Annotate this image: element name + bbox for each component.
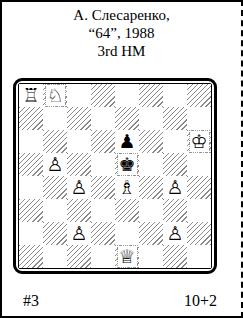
white-queen: ♕ [118, 246, 137, 267]
white-knight: ♘ [46, 85, 65, 106]
square-h8 [187, 84, 211, 107]
chessboard-frame: ♖♘♟♔♙♚♙♗♙♙♙♕ [13, 78, 217, 274]
black-pawn: ♟ [118, 131, 137, 152]
award: 3rd HM [2, 42, 241, 60]
square-g1 [163, 245, 187, 268]
square-h2 [187, 222, 211, 245]
square-c2: ♙ [67, 222, 91, 245]
square-g8 [163, 84, 187, 107]
square-e7 [115, 107, 139, 130]
stipulation: #3 [23, 292, 39, 310]
problem-card: А. Слесаренко, “64”, 1988 3rd HM ♖♘♟♔♙♚♙… [0, 0, 243, 318]
white-pawn: ♙ [70, 223, 89, 244]
square-h6: ♔ [187, 130, 211, 153]
square-e4: ♗ [115, 176, 139, 199]
square-c6 [67, 130, 91, 153]
white-king: ♔ [190, 131, 209, 152]
square-e5: ♚ [115, 153, 139, 176]
square-c5 [67, 153, 91, 176]
square-a7 [19, 107, 43, 130]
chessboard: ♖♘♟♔♙♚♙♗♙♙♙♕ [19, 84, 211, 268]
square-a3 [19, 199, 43, 222]
square-b3 [43, 199, 67, 222]
square-a4 [19, 176, 43, 199]
chessboard-inner-frame: ♖♘♟♔♙♚♙♗♙♙♙♕ [18, 83, 212, 269]
square-f2 [139, 222, 163, 245]
square-b6 [43, 130, 67, 153]
diagram-caption: А. Слесаренко, “64”, 1988 3rd HM [2, 2, 241, 60]
square-f1 [139, 245, 163, 268]
square-f6 [139, 130, 163, 153]
white-pawn: ♙ [166, 223, 185, 244]
white-bishop: ♗ [118, 177, 137, 198]
square-e6: ♟ [115, 130, 139, 153]
square-f4 [139, 176, 163, 199]
square-f7 [139, 107, 163, 130]
square-c1 [67, 245, 91, 268]
square-a2 [19, 222, 43, 245]
square-g6 [163, 130, 187, 153]
square-f3 [139, 199, 163, 222]
square-e2 [115, 222, 139, 245]
square-g4: ♙ [163, 176, 187, 199]
square-d1 [91, 245, 115, 268]
material-count: 10+2 [184, 292, 217, 310]
composer-name: А. Слесаренко, [2, 6, 241, 24]
square-h7 [187, 107, 211, 130]
square-g5 [163, 153, 187, 176]
square-a1 [19, 245, 43, 268]
square-g2: ♙ [163, 222, 187, 245]
square-e8 [115, 84, 139, 107]
white-pawn: ♙ [166, 177, 185, 198]
white-pawn: ♙ [70, 177, 89, 198]
square-d2 [91, 222, 115, 245]
square-e3 [115, 199, 139, 222]
square-g7 [163, 107, 187, 130]
square-a6 [19, 130, 43, 153]
black-king: ♚ [118, 154, 137, 175]
square-a5 [19, 153, 43, 176]
square-f8 [139, 84, 163, 107]
square-d8 [91, 84, 115, 107]
square-f5 [139, 153, 163, 176]
square-c8 [67, 84, 91, 107]
square-g3 [163, 199, 187, 222]
square-d6 [91, 130, 115, 153]
square-d5 [91, 153, 115, 176]
square-h5 [187, 153, 211, 176]
square-c7 [67, 107, 91, 130]
square-b1 [43, 245, 67, 268]
square-b4 [43, 176, 67, 199]
square-d3 [91, 199, 115, 222]
square-h3 [187, 199, 211, 222]
square-h4 [187, 176, 211, 199]
source-year: “64”, 1988 [2, 24, 241, 42]
square-a8: ♖ [19, 84, 43, 107]
diagram-footer: #3 10+2 [2, 292, 241, 310]
square-c4: ♙ [67, 176, 91, 199]
white-pawn: ♙ [46, 154, 65, 175]
white-rook: ♖ [22, 85, 41, 106]
square-c3 [67, 199, 91, 222]
square-b2 [43, 222, 67, 245]
square-b7 [43, 107, 67, 130]
square-b8: ♘ [43, 84, 67, 107]
square-e1: ♕ [115, 245, 139, 268]
square-d7 [91, 107, 115, 130]
square-h1 [187, 245, 211, 268]
square-d4 [91, 176, 115, 199]
square-b5: ♙ [43, 153, 67, 176]
